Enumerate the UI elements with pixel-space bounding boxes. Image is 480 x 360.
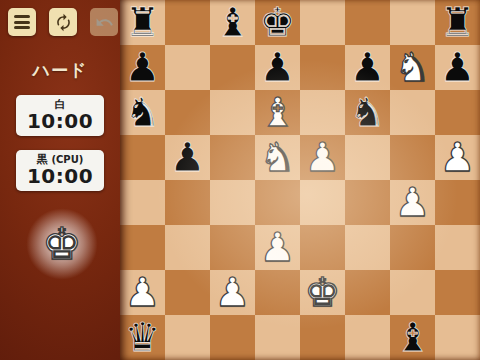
square-d3[interactable]: ♟ — [255, 225, 300, 270]
piece-black-bishop: ♝ — [215, 0, 251, 45]
square-f5[interactable] — [345, 135, 390, 180]
square-c3[interactable] — [210, 225, 255, 270]
square-b3[interactable] — [165, 225, 210, 270]
square-h4[interactable] — [435, 180, 480, 225]
square-d1[interactable] — [255, 315, 300, 360]
square-f2[interactable] — [345, 270, 390, 315]
square-f8[interactable] — [345, 0, 390, 45]
square-a7[interactable]: ♟ — [120, 45, 165, 90]
square-a6[interactable]: ♞ — [120, 90, 165, 135]
sidebar: ハード 白 10:00 黒 (CPU) 10:00 ♚ — [0, 0, 120, 360]
square-d5[interactable]: ♞ — [255, 135, 300, 180]
square-g6[interactable] — [390, 90, 435, 135]
piece-white-pawn: ♟ — [305, 135, 341, 180]
piece-black-pawn: ♟ — [125, 45, 161, 90]
square-f1[interactable] — [345, 315, 390, 360]
square-b6[interactable] — [165, 90, 210, 135]
square-e7[interactable] — [300, 45, 345, 90]
chess-board: ♜♝♚♜♟♟♟♞♟♞♝♞♟♞♟♟♟♟♟♟♚♛♝ — [120, 0, 480, 360]
piece-white-pawn: ♟ — [395, 180, 431, 225]
piece-white-knight: ♞ — [395, 45, 431, 90]
square-b5[interactable]: ♟ — [165, 135, 210, 180]
square-b2[interactable] — [165, 270, 210, 315]
piece-black-king: ♚ — [260, 0, 296, 45]
piece-white-pawn: ♟ — [215, 270, 251, 315]
piece-black-bishop: ♝ — [395, 315, 431, 360]
refresh-icon — [54, 13, 73, 32]
square-a3[interactable] — [120, 225, 165, 270]
square-e1[interactable] — [300, 315, 345, 360]
square-b4[interactable] — [165, 180, 210, 225]
piece-black-rook: ♜ — [125, 0, 161, 45]
piece-black-pawn: ♟ — [440, 45, 476, 90]
square-d7[interactable]: ♟ — [255, 45, 300, 90]
white-clock-time: 10:00 — [16, 111, 104, 132]
square-d4[interactable] — [255, 180, 300, 225]
square-g1[interactable]: ♝ — [390, 315, 435, 360]
undo-arrow-icon — [95, 13, 114, 32]
square-h3[interactable] — [435, 225, 480, 270]
square-g7[interactable]: ♞ — [390, 45, 435, 90]
square-a4[interactable] — [120, 180, 165, 225]
square-a8[interactable]: ♜ — [120, 0, 165, 45]
white-clock: 白 10:00 — [16, 95, 104, 136]
piece-white-pawn: ♟ — [260, 225, 296, 270]
undo-button[interactable] — [90, 8, 118, 36]
square-f7[interactable]: ♟ — [345, 45, 390, 90]
square-b1[interactable] — [165, 315, 210, 360]
square-d6[interactable]: ♝ — [255, 90, 300, 135]
piece-white-king: ♚ — [305, 270, 341, 315]
white-king-icon: ♚ — [42, 208, 81, 280]
piece-black-knight: ♞ — [350, 90, 386, 135]
square-c8[interactable]: ♝ — [210, 0, 255, 45]
square-c5[interactable] — [210, 135, 255, 180]
square-e2[interactable]: ♚ — [300, 270, 345, 315]
black-clock-time: 10:00 — [16, 166, 104, 187]
piece-black-pawn: ♟ — [350, 45, 386, 90]
square-c7[interactable] — [210, 45, 255, 90]
square-a1[interactable]: ♛ — [120, 315, 165, 360]
square-d8[interactable]: ♚ — [255, 0, 300, 45]
square-g3[interactable] — [390, 225, 435, 270]
piece-white-knight: ♞ — [260, 135, 296, 180]
square-g8[interactable] — [390, 0, 435, 45]
square-e8[interactable] — [300, 0, 345, 45]
piece-black-rook: ♜ — [440, 0, 476, 45]
square-h6[interactable] — [435, 90, 480, 135]
square-e3[interactable] — [300, 225, 345, 270]
square-e4[interactable] — [300, 180, 345, 225]
piece-black-pawn: ♟ — [170, 135, 206, 180]
square-a5[interactable] — [120, 135, 165, 180]
piece-black-queen: ♛ — [125, 315, 161, 360]
difficulty-label: ハード — [0, 60, 120, 80]
hamburger-icon — [14, 13, 30, 32]
square-b8[interactable] — [165, 0, 210, 45]
square-d2[interactable] — [255, 270, 300, 315]
square-g5[interactable] — [390, 135, 435, 180]
square-f4[interactable] — [345, 180, 390, 225]
square-g4[interactable]: ♟ — [390, 180, 435, 225]
square-h8[interactable]: ♜ — [435, 0, 480, 45]
turn-indicator: ♚ — [26, 208, 98, 280]
square-c2[interactable]: ♟ — [210, 270, 255, 315]
restart-button[interactable] — [49, 8, 77, 36]
square-h2[interactable] — [435, 270, 480, 315]
square-g2[interactable] — [390, 270, 435, 315]
square-e5[interactable]: ♟ — [300, 135, 345, 180]
piece-black-pawn: ♟ — [260, 45, 296, 90]
square-c4[interactable] — [210, 180, 255, 225]
piece-black-knight: ♞ — [125, 90, 161, 135]
board-wrap: ♜♝♚♜♟♟♟♞♟♞♝♞♟♞♟♟♟♟♟♟♚♛♝ — [120, 0, 480, 360]
square-c6[interactable] — [210, 90, 255, 135]
square-b7[interactable] — [165, 45, 210, 90]
piece-white-pawn: ♟ — [440, 135, 476, 180]
square-h7[interactable]: ♟ — [435, 45, 480, 90]
piece-white-pawn: ♟ — [125, 270, 161, 315]
piece-white-bishop: ♝ — [260, 90, 296, 135]
square-e6[interactable] — [300, 90, 345, 135]
square-h5[interactable]: ♟ — [435, 135, 480, 180]
black-clock: 黒 (CPU) 10:00 — [16, 150, 104, 191]
square-f3[interactable] — [345, 225, 390, 270]
square-h1[interactable] — [435, 315, 480, 360]
chess-app: ハード 白 10:00 黒 (CPU) 10:00 ♚ ♜♝♚♜♟♟♟♞♟♞♝♞… — [0, 0, 480, 360]
square-c1[interactable] — [210, 315, 255, 360]
menu-button[interactable] — [8, 8, 36, 36]
square-f6[interactable]: ♞ — [345, 90, 390, 135]
square-a2[interactable]: ♟ — [120, 270, 165, 315]
